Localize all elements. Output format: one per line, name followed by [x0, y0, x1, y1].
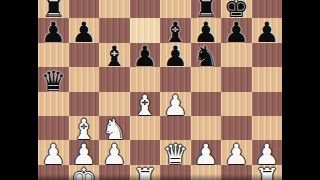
square-f7[interactable]: ♟ — [191, 18, 222, 42]
black-pawn-d6: ♟ — [132, 45, 157, 68]
black-knight-f6: ♞ — [193, 45, 218, 68]
black-pawn-e6: ♟ — [163, 45, 188, 68]
square-e3[interactable] — [160, 116, 191, 140]
square-b4[interactable] — [69, 92, 100, 116]
square-h3[interactable] — [252, 116, 283, 140]
square-c4[interactable] — [99, 92, 130, 116]
square-g1[interactable] — [221, 165, 252, 180]
letterbox-left — [0, 0, 38, 180]
square-g3[interactable] — [221, 116, 252, 140]
black-pawn-a7: ♟ — [41, 21, 66, 44]
black-pawn-g7: ♟ — [224, 21, 249, 44]
white-queen-e2: ♛ — [163, 143, 188, 166]
square-e6[interactable]: ♟ — [160, 43, 191, 67]
black-queen-a5: ♛ — [41, 70, 66, 93]
black-pawn-b7: ♟ — [71, 21, 96, 44]
square-f4[interactable] — [191, 92, 222, 116]
square-h6[interactable] — [252, 43, 283, 67]
square-h4[interactable] — [252, 92, 283, 116]
square-c5[interactable] — [99, 67, 130, 91]
square-b2[interactable]: ♟ — [69, 140, 100, 164]
square-f5[interactable] — [191, 67, 222, 91]
square-b3[interactable]: ♝ — [69, 116, 100, 140]
white-rook-h1: ♜ — [254, 167, 279, 180]
white-bishop-d4: ♝ — [132, 94, 157, 117]
video-frame: ♜♜♚♟♟♝♟♟♟♝♟♟♞♛♝♟♝♞♟♟♟♛♟♟♟♚♜♜ — [0, 0, 320, 180]
square-e7[interactable]: ♝ — [160, 18, 191, 42]
square-c2[interactable]: ♟ — [99, 140, 130, 164]
white-pawn-c2: ♟ — [102, 143, 127, 166]
square-f6[interactable]: ♞ — [191, 43, 222, 67]
square-a2[interactable]: ♟ — [38, 140, 69, 164]
square-d7[interactable] — [130, 18, 161, 42]
square-d4[interactable]: ♝ — [130, 92, 161, 116]
letterbox-right — [282, 0, 320, 180]
square-a3[interactable] — [38, 116, 69, 140]
white-rook-d1: ♜ — [132, 167, 157, 180]
square-g5[interactable] — [221, 67, 252, 91]
square-d5[interactable] — [130, 67, 161, 91]
square-h1[interactable]: ♜ — [252, 165, 283, 180]
square-b6[interactable] — [69, 43, 100, 67]
square-h7[interactable]: ♟ — [252, 18, 283, 42]
square-c7[interactable] — [99, 18, 130, 42]
square-h5[interactable] — [252, 67, 283, 91]
square-h2[interactable]: ♟ — [252, 140, 283, 164]
square-f1[interactable] — [191, 165, 222, 180]
square-e4[interactable]: ♟ — [160, 92, 191, 116]
square-d6[interactable]: ♟ — [130, 43, 161, 67]
square-e2[interactable]: ♛ — [160, 140, 191, 164]
square-d2[interactable] — [130, 140, 161, 164]
square-d3[interactable] — [130, 116, 161, 140]
square-b1[interactable]: ♚ — [69, 165, 100, 180]
black-bishop-c6: ♝ — [102, 45, 127, 68]
square-a7[interactable]: ♟ — [38, 18, 69, 42]
square-g4[interactable] — [221, 92, 252, 116]
square-c1[interactable] — [99, 165, 130, 180]
square-c8[interactable] — [99, 0, 130, 18]
white-pawn-g2: ♟ — [224, 143, 249, 166]
square-d8[interactable] — [130, 0, 161, 18]
square-g6[interactable] — [221, 43, 252, 67]
square-g7[interactable]: ♟ — [221, 18, 252, 42]
square-e1[interactable] — [160, 165, 191, 180]
white-king-b1: ♚ — [71, 167, 96, 180]
square-a4[interactable] — [38, 92, 69, 116]
square-e5[interactable] — [160, 67, 191, 91]
square-f2[interactable]: ♟ — [191, 140, 222, 164]
black-pawn-h7: ♟ — [254, 21, 279, 44]
white-pawn-f2: ♟ — [193, 143, 218, 166]
square-b7[interactable]: ♟ — [69, 18, 100, 42]
white-pawn-e4: ♟ — [163, 94, 188, 117]
square-a6[interactable] — [38, 43, 69, 67]
square-b5[interactable] — [69, 67, 100, 91]
white-pawn-a2: ♟ — [41, 143, 66, 166]
square-g2[interactable]: ♟ — [221, 140, 252, 164]
square-a5[interactable]: ♛ — [38, 67, 69, 91]
square-d1[interactable]: ♜ — [130, 165, 161, 180]
square-c6[interactable]: ♝ — [99, 43, 130, 67]
square-a1[interactable] — [38, 165, 69, 180]
chess-board: ♜♜♚♟♟♝♟♟♟♝♟♟♞♛♝♟♝♞♟♟♟♛♟♟♟♚♜♜ — [38, 0, 282, 180]
square-f3[interactable] — [191, 116, 222, 140]
square-c3[interactable]: ♞ — [99, 116, 130, 140]
